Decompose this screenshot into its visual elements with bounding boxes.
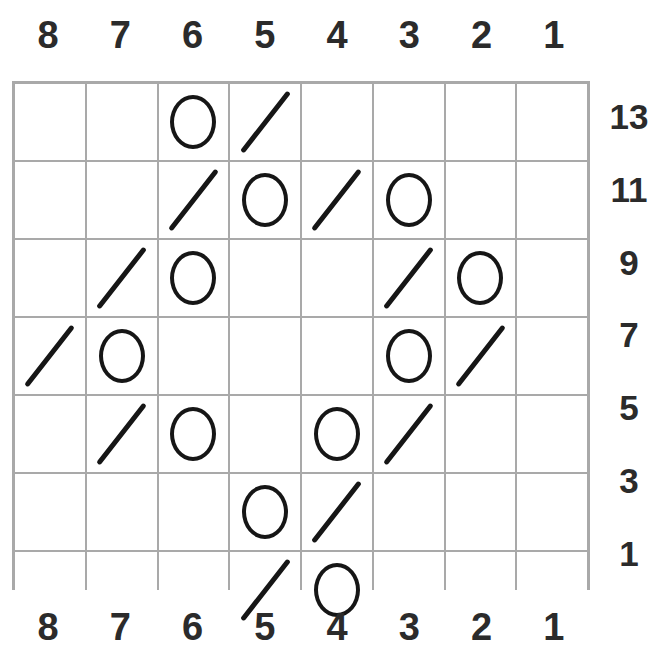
- cell-r13-c5: [230, 84, 300, 160]
- cell-r3-c6: [159, 474, 229, 550]
- cell-r3-c7: [87, 474, 157, 550]
- cell-r3-c5: [230, 474, 300, 550]
- cell-r11-c4: [302, 162, 372, 238]
- cell-r3-c3: [374, 474, 444, 550]
- chart-grid: [12, 81, 590, 590]
- col-label-bottom-2: 2: [471, 606, 492, 649]
- cell-r9-c7: [87, 240, 157, 316]
- cell-r13-c4: [302, 84, 372, 160]
- cell-r13-c8: [15, 84, 85, 160]
- col-label-top-2: 2: [471, 14, 492, 57]
- k2tog-decrease-icon: [312, 481, 363, 544]
- col-label-bottom-7: 7: [110, 606, 131, 649]
- yarn-over-icon: [457, 251, 503, 305]
- k2tog-decrease-icon: [455, 325, 506, 388]
- cell-r5-c7: [87, 396, 157, 472]
- col-label-top-3: 3: [399, 14, 420, 57]
- cell-r5-c5: [230, 396, 300, 472]
- row-number-labels: 131197531: [598, 81, 660, 590]
- col-label-top-5: 5: [254, 14, 275, 57]
- cell-r11-c5: [230, 162, 300, 238]
- cell-r7-c6: [159, 318, 229, 394]
- col-label-top-8: 8: [38, 14, 59, 57]
- k2tog-decrease-icon: [383, 403, 434, 466]
- cell-r11-c8: [15, 162, 85, 238]
- row-label-7: 7: [619, 315, 638, 355]
- col-label-bottom-1: 1: [543, 606, 564, 649]
- yarn-over-icon: [170, 407, 216, 461]
- cell-r7-c7: [87, 318, 157, 394]
- row-label-3: 3: [619, 461, 638, 501]
- row-label-1: 1: [619, 534, 638, 574]
- row-label-11: 11: [611, 170, 648, 210]
- col-label-bottom-5: 5: [254, 606, 275, 649]
- cell-r13-c2: [446, 84, 516, 160]
- cell-r13-c7: [87, 84, 157, 160]
- yarn-over-icon: [170, 251, 216, 305]
- cell-r9-c5: [230, 240, 300, 316]
- cell-r5-c3: [374, 396, 444, 472]
- cell-r5-c1: [517, 396, 587, 472]
- col-label-top-6: 6: [182, 14, 203, 57]
- k2tog-decrease-icon: [168, 169, 219, 232]
- row-label-9: 9: [619, 243, 638, 283]
- cell-r5-c2: [446, 396, 516, 472]
- yarn-over-icon: [386, 329, 432, 383]
- cell-r9-c3: [374, 240, 444, 316]
- k2tog-decrease-icon: [96, 403, 147, 466]
- cell-r3-c4: [302, 474, 372, 550]
- cell-r5-c8: [15, 396, 85, 472]
- cell-r7-c4: [302, 318, 372, 394]
- yarn-over-icon: [242, 485, 288, 539]
- cell-r3-c8: [15, 474, 85, 550]
- cell-r7-c5: [230, 318, 300, 394]
- col-label-bottom-8: 8: [38, 606, 59, 649]
- top-column-labels: 87654321: [12, 6, 590, 64]
- k2tog-decrease-icon: [240, 91, 291, 154]
- cell-r9-c2: [446, 240, 516, 316]
- cell-r11-c7: [87, 162, 157, 238]
- cell-r9-c1: [517, 240, 587, 316]
- cell-r7-c3: [374, 318, 444, 394]
- yarn-over-icon: [386, 173, 432, 227]
- col-label-bottom-4: 4: [327, 606, 348, 649]
- cell-r11-c3: [374, 162, 444, 238]
- yarn-over-icon: [170, 95, 216, 149]
- cell-r3-c2: [446, 474, 516, 550]
- cell-r7-c8: [15, 318, 85, 394]
- k2tog-decrease-icon: [25, 325, 76, 388]
- k2tog-decrease-icon: [96, 247, 147, 310]
- cell-r7-c2: [446, 318, 516, 394]
- row-label-13: 13: [610, 97, 649, 137]
- k2tog-decrease-icon: [312, 169, 363, 232]
- cell-r5-c4: [302, 396, 372, 472]
- cell-r13-c6: [159, 84, 229, 160]
- col-label-top-7: 7: [110, 14, 131, 57]
- bottom-column-labels: 87654321: [12, 598, 590, 656]
- cell-r11-c6: [159, 162, 229, 238]
- cell-r3-c1: [517, 474, 587, 550]
- cell-r9-c6: [159, 240, 229, 316]
- col-label-top-4: 4: [327, 14, 348, 57]
- cell-r11-c2: [446, 162, 516, 238]
- knitting-chart-page: 87654321 131197531 87654321: [0, 0, 663, 660]
- cell-r13-c3: [374, 84, 444, 160]
- yarn-over-icon: [314, 407, 360, 461]
- col-label-top-1: 1: [543, 14, 564, 57]
- col-label-bottom-6: 6: [182, 606, 203, 649]
- yarn-over-icon: [242, 173, 288, 227]
- k2tog-decrease-icon: [383, 247, 434, 310]
- yarn-over-icon: [99, 329, 145, 383]
- cell-r13-c1: [517, 84, 587, 160]
- col-label-bottom-3: 3: [399, 606, 420, 649]
- cell-r9-c4: [302, 240, 372, 316]
- cell-r9-c8: [15, 240, 85, 316]
- row-label-5: 5: [619, 388, 638, 428]
- cell-r5-c6: [159, 396, 229, 472]
- cell-r7-c1: [517, 318, 587, 394]
- cell-r11-c1: [517, 162, 587, 238]
